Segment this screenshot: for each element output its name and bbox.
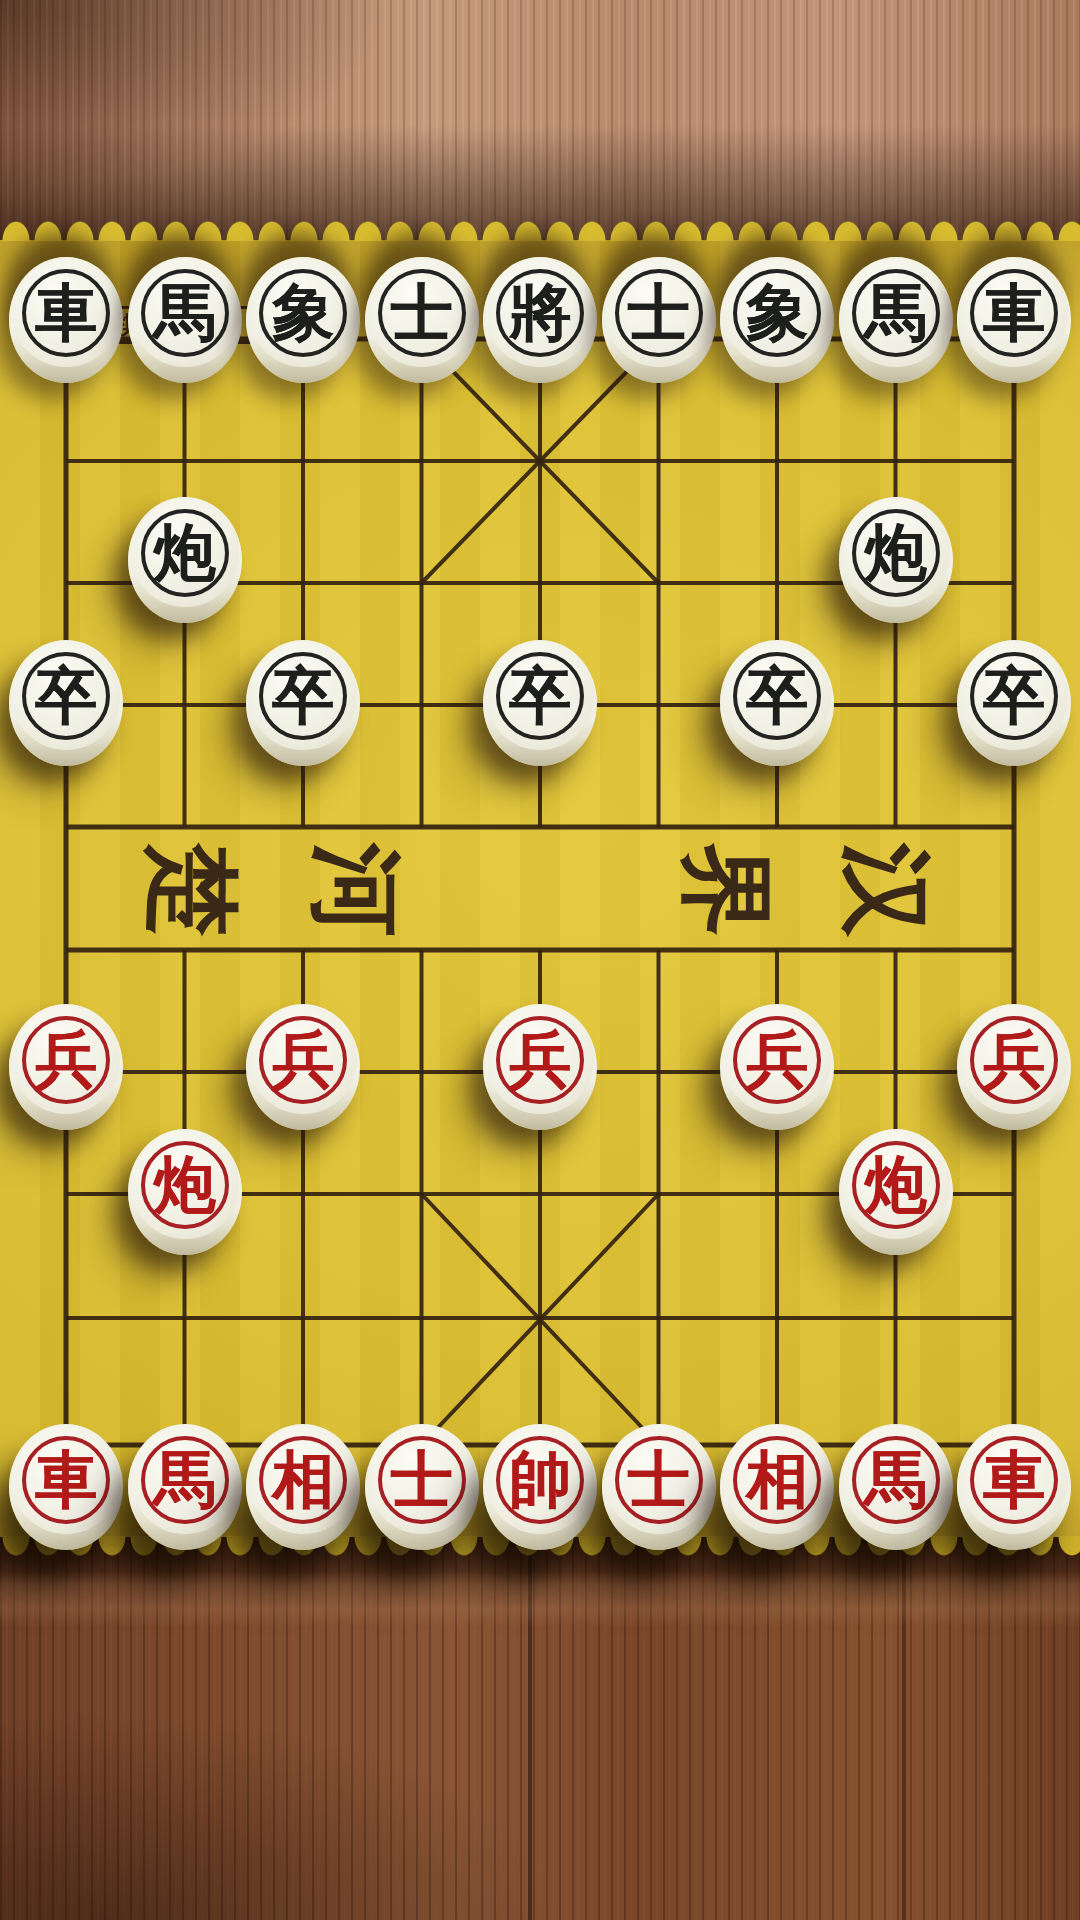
red-chariot[interactable]: 車: [957, 1424, 1071, 1550]
wood-table-bottom: [0, 1537, 1080, 1920]
black-cannon[interactable]: 炮: [839, 497, 953, 623]
black-horse[interactable]: 馬: [128, 257, 242, 383]
red-chariot[interactable]: 車: [9, 1424, 123, 1550]
red-horse[interactable]: 馬: [839, 1424, 953, 1550]
piece-character: 卒: [249, 642, 357, 750]
wood-table-top: [0, 0, 1080, 241]
red-elephant[interactable]: 相: [246, 1424, 360, 1550]
red-advisor[interactable]: 士: [365, 1424, 479, 1550]
black-general[interactable]: 將: [483, 257, 597, 383]
red-cannon[interactable]: 炮: [839, 1129, 953, 1255]
red-general[interactable]: 帥: [483, 1424, 597, 1550]
piece-character: 士: [368, 259, 476, 367]
black-advisor[interactable]: 士: [365, 257, 479, 383]
red-cannon[interactable]: 炮: [128, 1129, 242, 1255]
piece-character: 炮: [842, 499, 950, 607]
black-chariot[interactable]: 車: [957, 257, 1071, 383]
black-horse[interactable]: 馬: [839, 257, 953, 383]
river-char-chu: 楚: [143, 840, 243, 940]
piece-character: 車: [960, 1426, 1068, 1534]
piece-character: 馬: [131, 259, 239, 367]
piece-character: 炮: [131, 499, 239, 607]
river-char-han: 汉: [837, 840, 937, 940]
piece-character: 車: [12, 1426, 120, 1534]
piece-character: 馬: [842, 259, 950, 367]
piece-character: 兵: [249, 1006, 357, 1114]
piece-character: 馬: [842, 1426, 950, 1534]
piece-character: 車: [12, 259, 120, 367]
red-soldier[interactable]: 兵: [957, 1004, 1071, 1130]
black-soldier[interactable]: 卒: [246, 640, 360, 766]
piece-character: 相: [723, 1426, 831, 1534]
river-char-he: 河: [307, 840, 407, 940]
piece-character: 兵: [12, 1006, 120, 1114]
piece-character: 相: [249, 1426, 357, 1534]
red-soldier[interactable]: 兵: [246, 1004, 360, 1130]
black-elephant[interactable]: 象: [246, 257, 360, 383]
piece-character: 士: [605, 1426, 713, 1534]
piece-character: 帥: [486, 1426, 594, 1534]
black-soldier[interactable]: 卒: [483, 640, 597, 766]
black-advisor[interactable]: 士: [602, 257, 716, 383]
piece-character: 象: [723, 259, 831, 367]
red-horse[interactable]: 馬: [128, 1424, 242, 1550]
red-soldier[interactable]: 兵: [720, 1004, 834, 1130]
red-soldier[interactable]: 兵: [9, 1004, 123, 1130]
piece-character: 炮: [131, 1131, 239, 1239]
piece-character: 卒: [12, 642, 120, 750]
black-soldier[interactable]: 卒: [9, 640, 123, 766]
piece-character: 兵: [960, 1006, 1068, 1114]
black-elephant[interactable]: 象: [720, 257, 834, 383]
mat-scalloped-edge-top: [0, 221, 1080, 241]
piece-character: 兵: [486, 1006, 594, 1114]
piece-character: 士: [605, 259, 713, 367]
piece-character: 士: [368, 1426, 476, 1534]
piece-character: 車: [960, 259, 1068, 367]
piece-character: 炮: [842, 1131, 950, 1239]
piece-character: 卒: [486, 642, 594, 750]
black-soldier[interactable]: 卒: [720, 640, 834, 766]
river-char-jie: 界: [677, 840, 777, 940]
black-cannon[interactable]: 炮: [128, 497, 242, 623]
red-elephant[interactable]: 相: [720, 1424, 834, 1550]
piece-character: 象: [249, 259, 357, 367]
piece-character: 馬: [131, 1426, 239, 1534]
piece-character: 兵: [723, 1006, 831, 1114]
black-soldier[interactable]: 卒: [957, 640, 1071, 766]
red-advisor[interactable]: 士: [602, 1424, 716, 1550]
piece-character: 卒: [723, 642, 831, 750]
piece-character: 卒: [960, 642, 1068, 750]
red-soldier[interactable]: 兵: [483, 1004, 597, 1130]
black-chariot[interactable]: 車: [9, 257, 123, 383]
piece-character: 將: [486, 259, 594, 367]
